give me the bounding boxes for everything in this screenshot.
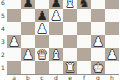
white-bishop-d2[interactable]: ♝ bbox=[49, 48, 63, 61]
square-f4[interactable] bbox=[77, 22, 91, 35]
square-e4[interactable] bbox=[63, 22, 77, 35]
square-h6[interactable] bbox=[105, 0, 119, 9]
square-g6[interactable] bbox=[91, 0, 105, 9]
white-pawn-c4[interactable]: ♟ bbox=[35, 22, 49, 35]
square-a6[interactable] bbox=[7, 0, 21, 9]
white-pawn-b2[interactable]: ♟ bbox=[21, 48, 35, 61]
square-a1[interactable] bbox=[7, 61, 21, 74]
square-b4[interactable] bbox=[21, 22, 35, 35]
square-g3[interactable]: ♟ bbox=[91, 35, 105, 48]
rank-label-3: 3 bbox=[0, 38, 6, 45]
square-a5[interactable] bbox=[7, 9, 21, 22]
square-f6[interactable]: ♞ bbox=[77, 0, 91, 9]
rank-label-4: 4 bbox=[0, 25, 6, 32]
file-label-b: b bbox=[21, 74, 35, 80]
white-king-g1[interactable]: ♚ bbox=[91, 61, 105, 74]
file-label-c: c bbox=[35, 74, 49, 80]
square-c2[interactable]: ♛ bbox=[35, 48, 49, 61]
square-e1[interactable]: ♜ bbox=[63, 61, 77, 74]
square-d4[interactable] bbox=[49, 22, 63, 35]
black-pawn-b6[interactable]: ♟ bbox=[21, 0, 35, 9]
white-pawn-d5[interactable]: ♟ bbox=[49, 9, 63, 22]
square-h4[interactable] bbox=[105, 22, 119, 35]
file-label-a: a bbox=[7, 74, 21, 80]
square-b2[interactable]: ♟ bbox=[21, 48, 35, 61]
square-f1[interactable] bbox=[77, 61, 91, 74]
chess-diagram: ♟♟♝♞♟♟♟♟♟♟♛♝♟♜♚ 654321 abcdefgh bbox=[0, 0, 120, 80]
square-h2[interactable]: ♟ bbox=[105, 48, 119, 61]
rank-label-5: 5 bbox=[0, 12, 6, 19]
square-f5[interactable] bbox=[77, 9, 91, 22]
square-e3[interactable] bbox=[63, 35, 77, 48]
square-e6[interactable]: ♝ bbox=[63, 0, 77, 9]
white-pawn-a3[interactable]: ♟ bbox=[7, 35, 21, 48]
square-h5[interactable] bbox=[105, 9, 119, 22]
white-rook-e1[interactable]: ♜ bbox=[63, 61, 77, 74]
square-f3[interactable] bbox=[77, 35, 91, 48]
file-label-f: f bbox=[77, 74, 91, 80]
chess-board[interactable]: ♟♟♝♞♟♟♟♟♟♟♛♝♟♜♚ bbox=[7, 0, 119, 75]
square-d5[interactable]: ♟ bbox=[49, 9, 63, 22]
square-b1[interactable] bbox=[21, 61, 35, 74]
file-label-e: e bbox=[63, 74, 77, 80]
square-c4[interactable]: ♟ bbox=[35, 22, 49, 35]
square-e5[interactable] bbox=[63, 9, 77, 22]
file-label-g: g bbox=[91, 74, 105, 80]
white-queen-c2[interactable]: ♛ bbox=[35, 48, 49, 61]
rank-label-6: 6 bbox=[0, 0, 6, 6]
square-b6[interactable]: ♟ bbox=[21, 0, 35, 9]
square-a3[interactable]: ♟ bbox=[7, 35, 21, 48]
square-g1[interactable]: ♚ bbox=[91, 61, 105, 74]
square-c1[interactable] bbox=[35, 61, 49, 74]
black-knight-f6[interactable]: ♞ bbox=[77, 0, 91, 9]
file-label-h: h bbox=[105, 74, 119, 80]
square-g5[interactable] bbox=[91, 9, 105, 22]
square-d2[interactable]: ♝ bbox=[49, 48, 63, 61]
file-label-d: d bbox=[49, 74, 63, 80]
square-a2[interactable] bbox=[7, 48, 21, 61]
square-h1[interactable] bbox=[105, 61, 119, 74]
white-pawn-g3[interactable]: ♟ bbox=[91, 35, 105, 48]
square-b5[interactable] bbox=[21, 9, 35, 22]
white-pawn-h2[interactable]: ♟ bbox=[105, 48, 119, 61]
square-d1[interactable] bbox=[49, 61, 63, 74]
square-f2[interactable] bbox=[77, 48, 91, 61]
rank-label-1: 1 bbox=[0, 64, 6, 71]
white-bishop-e6[interactable]: ♝ bbox=[63, 0, 77, 9]
rank-label-2: 2 bbox=[0, 51, 6, 58]
